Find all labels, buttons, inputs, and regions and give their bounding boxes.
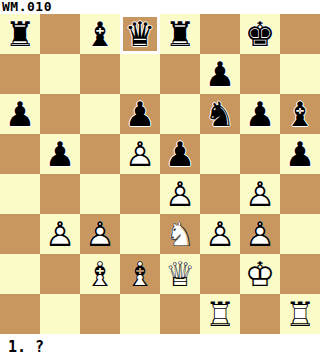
square-c6[interactable] (80, 94, 120, 134)
piece-white-pawn[interactable]: ♟♙ (120, 134, 160, 174)
square-c2[interactable]: ♝♗ (80, 254, 120, 294)
piece-glyph: ♟ (40, 134, 80, 174)
square-a3[interactable] (0, 214, 40, 254)
square-h1[interactable]: ♜♖ (280, 294, 320, 334)
piece-black-pawn[interactable]: ♟ (280, 134, 320, 174)
piece-white-pawn[interactable]: ♟♙ (40, 214, 80, 254)
square-a8[interactable]: ♜ (0, 14, 40, 54)
piece-black-pawn[interactable]: ♟ (40, 134, 80, 174)
square-g2[interactable]: ♚♔ (240, 254, 280, 294)
square-f2[interactable] (200, 254, 240, 294)
piece-white-pawn[interactable]: ♟♙ (160, 174, 200, 214)
piece-glyph: ♚ (240, 14, 280, 54)
square-a4[interactable] (0, 174, 40, 214)
piece-outline-layer: ♗ (120, 254, 160, 294)
piece-black-queen[interactable]: ♛ (120, 14, 160, 54)
square-e1[interactable] (160, 294, 200, 334)
square-h4[interactable] (280, 174, 320, 214)
square-a1[interactable] (0, 294, 40, 334)
square-g4[interactable]: ♟♙ (240, 174, 280, 214)
square-f3[interactable]: ♟♙ (200, 214, 240, 254)
piece-black-king[interactable]: ♚ (240, 14, 280, 54)
square-b5[interactable]: ♟ (40, 134, 80, 174)
move-prompt: 1. ? (0, 334, 320, 360)
piece-black-rook[interactable]: ♜ (0, 14, 40, 54)
square-d3[interactable] (120, 214, 160, 254)
square-e5[interactable]: ♟ (160, 134, 200, 174)
square-h2[interactable] (280, 254, 320, 294)
piece-outline-layer: ♙ (120, 134, 160, 174)
square-e8[interactable]: ♜ (160, 14, 200, 54)
square-d4[interactable] (120, 174, 160, 214)
square-g1[interactable] (240, 294, 280, 334)
piece-glyph: ♜ (160, 14, 200, 54)
square-d7[interactable] (120, 54, 160, 94)
square-g3[interactable]: ♟♙ (240, 214, 280, 254)
piece-white-pawn[interactable]: ♟♙ (240, 174, 280, 214)
piece-outline-layer: ♙ (40, 214, 80, 254)
piece-white-pawn[interactable]: ♟♙ (80, 214, 120, 254)
square-h3[interactable] (280, 214, 320, 254)
square-d8[interactable]: ♛ (120, 14, 160, 54)
square-g6[interactable]: ♟ (240, 94, 280, 134)
piece-outline-layer: ♕ (160, 254, 200, 294)
piece-outline-layer: ♙ (240, 214, 280, 254)
piece-outline-layer: ♙ (240, 174, 280, 214)
piece-glyph: ♟ (240, 94, 280, 134)
piece-white-rook[interactable]: ♜♖ (280, 294, 320, 334)
piece-black-pawn[interactable]: ♟ (120, 94, 160, 134)
piece-glyph: ♟ (0, 94, 40, 134)
square-h8[interactable] (280, 14, 320, 54)
square-b2[interactable] (40, 254, 80, 294)
piece-white-queen[interactable]: ♛♕ (160, 254, 200, 294)
square-e6[interactable] (160, 94, 200, 134)
square-b3[interactable]: ♟♙ (40, 214, 80, 254)
piece-glyph: ♟ (120, 94, 160, 134)
piece-glyph: ♜ (0, 14, 40, 54)
piece-outline-layer: ♙ (160, 174, 200, 214)
square-b7[interactable] (40, 54, 80, 94)
piece-black-rook[interactable]: ♜ (160, 14, 200, 54)
square-c7[interactable] (80, 54, 120, 94)
square-d6[interactable]: ♟ (120, 94, 160, 134)
piece-black-knight[interactable]: ♞ (200, 94, 240, 134)
square-f6[interactable]: ♞ (200, 94, 240, 134)
square-e4[interactable]: ♟♙ (160, 174, 200, 214)
square-c4[interactable] (80, 174, 120, 214)
piece-black-pawn[interactable]: ♟ (160, 134, 200, 174)
piece-outline-layer: ♗ (80, 254, 120, 294)
square-g8[interactable]: ♚ (240, 14, 280, 54)
square-a5[interactable] (0, 134, 40, 174)
square-e2[interactable]: ♛♕ (160, 254, 200, 294)
square-a7[interactable] (0, 54, 40, 94)
piece-outline-layer: ♔ (240, 254, 280, 294)
square-h7[interactable] (280, 54, 320, 94)
piece-outline-layer: ♖ (200, 294, 240, 334)
square-a6[interactable]: ♟ (0, 94, 40, 134)
piece-glyph: ♞ (200, 94, 240, 134)
piece-glyph: ♛ (120, 14, 160, 54)
square-f8[interactable] (200, 14, 240, 54)
square-c8[interactable]: ♝ (80, 14, 120, 54)
piece-white-pawn[interactable]: ♟♙ (200, 214, 240, 254)
square-h6[interactable]: ♝ (280, 94, 320, 134)
square-b1[interactable] (40, 294, 80, 334)
square-c3[interactable]: ♟♙ (80, 214, 120, 254)
square-b8[interactable] (40, 14, 80, 54)
square-d5[interactable]: ♟♙ (120, 134, 160, 174)
chess-board: ♜♝♛♜♚♟♟♟♞♟♝♟♟♙♟♟♟♙♟♙♟♙♟♙♞♘♟♙♟♙♝♗♝♗♛♕♚♔♜♖… (0, 14, 320, 334)
piece-outline-layer: ♘ (160, 214, 200, 254)
piece-black-bishop[interactable]: ♝ (80, 14, 120, 54)
piece-glyph: ♟ (200, 54, 240, 94)
piece-black-pawn[interactable]: ♟ (240, 94, 280, 134)
square-f1[interactable]: ♜♖ (200, 294, 240, 334)
square-f4[interactable] (200, 174, 240, 214)
piece-black-pawn[interactable]: ♟ (200, 54, 240, 94)
square-a2[interactable] (0, 254, 40, 294)
puzzle-id: WM.010 (0, 0, 320, 14)
piece-outline-layer: ♙ (200, 214, 240, 254)
piece-white-pawn[interactable]: ♟♙ (240, 214, 280, 254)
square-d2[interactable]: ♝♗ (120, 254, 160, 294)
piece-glyph: ♟ (160, 134, 200, 174)
square-e7[interactable] (160, 54, 200, 94)
piece-glyph: ♝ (280, 94, 320, 134)
square-g5[interactable] (240, 134, 280, 174)
piece-glyph: ♟ (280, 134, 320, 174)
square-c1[interactable] (80, 294, 120, 334)
piece-white-bishop[interactable]: ♝♗ (120, 254, 160, 294)
square-d1[interactable] (120, 294, 160, 334)
square-g7[interactable] (240, 54, 280, 94)
square-f7[interactable]: ♟ (200, 54, 240, 94)
square-e3[interactable]: ♞♘ (160, 214, 200, 254)
piece-white-knight[interactable]: ♞♘ (160, 214, 200, 254)
square-c5[interactable] (80, 134, 120, 174)
piece-white-king[interactable]: ♚♔ (240, 254, 280, 294)
piece-white-rook[interactable]: ♜♖ (200, 294, 240, 334)
piece-glyph: ♝ (80, 14, 120, 54)
square-f5[interactable] (200, 134, 240, 174)
piece-outline-layer: ♙ (80, 214, 120, 254)
piece-black-pawn[interactable]: ♟ (0, 94, 40, 134)
piece-black-bishop[interactable]: ♝ (280, 94, 320, 134)
piece-outline-layer: ♖ (280, 294, 320, 334)
square-h5[interactable]: ♟ (280, 134, 320, 174)
square-b6[interactable] (40, 94, 80, 134)
piece-white-bishop[interactable]: ♝♗ (80, 254, 120, 294)
square-b4[interactable] (40, 174, 80, 214)
